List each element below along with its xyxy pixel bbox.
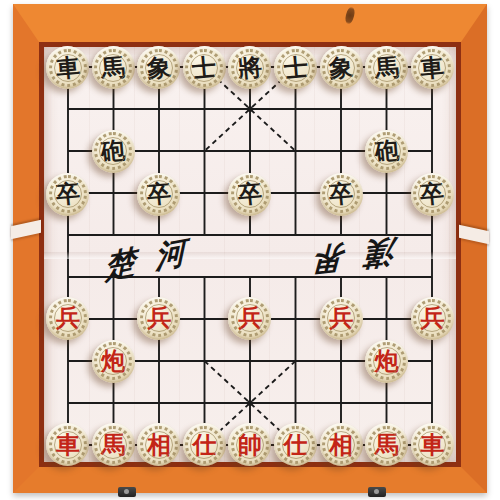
board-point [273,340,319,383]
piece-glyph: 馬 [101,433,125,457]
board-point: 仕 [273,423,319,466]
board-point [364,383,410,424]
board-point [227,89,273,130]
piece-black-p[interactable]: 卒 [411,173,454,216]
piece-black-k[interactable]: 將 [228,46,271,89]
piece-glyph: 相 [329,433,353,457]
board-point [227,340,273,383]
board-point [182,130,228,173]
piece-black-p[interactable]: 卒 [137,173,180,216]
piece-red-b[interactable]: 相 [137,423,180,466]
piece-red-p[interactable]: 兵 [320,297,363,340]
board-point [273,130,319,173]
board-point [227,216,273,257]
board-point [136,130,182,173]
piece-glyph: 象 [328,54,354,80]
piece-glyph: 士 [283,54,309,80]
piece-black-n[interactable]: 馬 [92,46,135,89]
board-point: 士 [182,46,228,89]
board-point: 卒 [136,173,182,216]
piece-glyph: 車 [55,54,81,80]
piece-glyph: 兵 [329,306,353,330]
piece-glyph: 車 [420,433,444,457]
piece-black-p[interactable]: 卒 [228,173,271,216]
board-point [182,89,228,130]
board-point: 兵 [227,297,273,340]
piece-glyph: 兵 [147,306,171,330]
piece-glyph: 卒 [146,181,172,207]
piece-glyph: 兵 [238,306,262,330]
board-point: 士 [273,46,319,89]
board-point [364,89,410,130]
board-point [182,256,228,297]
board-point [91,297,137,340]
piece-black-c[interactable]: 砲 [92,130,135,173]
board-point: 炮 [91,340,137,383]
board-point [91,173,137,216]
board-point [136,89,182,130]
piece-red-p[interactable]: 兵 [228,297,271,340]
piece-black-r[interactable]: 車 [411,46,454,89]
board-point [273,216,319,257]
board-point [318,130,364,173]
piece-red-b[interactable]: 相 [320,423,363,466]
piece-black-r[interactable]: 車 [46,46,89,89]
piece-black-n[interactable]: 馬 [365,46,408,89]
piece-black-a[interactable]: 士 [183,46,226,89]
board: 車馬象士將士象馬車砲砲卒卒卒卒卒兵兵兵兵兵炮炮車馬相仕帥仕相馬車 [45,46,455,466]
board-point: 將 [227,46,273,89]
board-point [318,89,364,130]
piece-black-c[interactable]: 砲 [365,130,408,173]
piece-glyph: 車 [419,54,445,80]
board-point [136,383,182,424]
piece-red-a[interactable]: 仕 [274,423,317,466]
board-point: 兵 [45,297,91,340]
piece-glyph: 馬 [375,433,399,457]
board-point [91,256,137,297]
piece-glyph: 將 [237,54,263,80]
board-point [318,383,364,424]
metal-clasp-left [118,487,136,497]
piece-black-p[interactable]: 卒 [320,173,363,216]
board-point [136,216,182,257]
board-point: 卒 [409,173,455,216]
board-point [45,89,91,130]
piece-black-p[interactable]: 卒 [46,173,89,216]
board-point [318,216,364,257]
board-point [364,216,410,257]
board-point: 相 [318,423,364,466]
board-point: 馬 [364,46,410,89]
board-point: 相 [136,423,182,466]
piece-red-p[interactable]: 兵 [411,297,454,340]
piece-glyph: 馬 [374,54,400,80]
piece-red-p[interactable]: 兵 [46,297,89,340]
board-point [409,383,455,424]
board-point: 象 [136,46,182,89]
board-point [182,216,228,257]
board-point [227,130,273,173]
board-point: 車 [409,46,455,89]
board-point: 卒 [227,173,273,216]
board-point [91,89,137,130]
board-point: 車 [45,46,91,89]
board-point: 卒 [318,173,364,216]
piece-black-a[interactable]: 士 [274,46,317,89]
board-point: 馬 [91,423,137,466]
board-point: 車 [45,423,91,466]
board-point [227,383,273,424]
board-point [318,256,364,297]
board-point: 帥 [227,423,273,466]
piece-glyph: 卒 [237,181,263,207]
board-point [273,383,319,424]
piece-red-r[interactable]: 車 [411,423,454,466]
board-point [182,383,228,424]
board-box: 楚河 漢界 車馬象士將士象馬車砲砲卒卒卒卒卒兵兵兵兵兵炮炮車馬相仕帥仕相馬車 [13,4,487,493]
board-point [409,130,455,173]
board-point [45,130,91,173]
board-point [364,256,410,297]
board-point [45,256,91,297]
piece-black-b[interactable]: 象 [137,46,180,89]
piece-glyph: 炮 [101,349,125,373]
board-point [273,297,319,340]
board-point [45,383,91,424]
board-point [409,216,455,257]
piece-glyph: 兵 [56,306,80,330]
piece-black-b[interactable]: 象 [320,46,363,89]
board-point [91,216,137,257]
board-point [273,89,319,130]
board-point [364,297,410,340]
piece-red-p[interactable]: 兵 [137,297,180,340]
inner-trim: 楚河 漢界 車馬象士將士象馬車砲砲卒卒卒卒卒兵兵兵兵兵炮炮車馬相仕帥仕相馬車 [39,42,461,467]
board-point: 砲 [91,130,137,173]
board-point [136,340,182,383]
piece-glyph: 帥 [238,433,262,457]
piece-red-r[interactable]: 車 [46,423,89,466]
piece-glyph: 兵 [420,306,444,330]
board-point [273,173,319,216]
board-point: 炮 [364,340,410,383]
piece-glyph: 卒 [55,181,81,207]
board-point [182,297,228,340]
board-point [45,216,91,257]
board-point: 兵 [136,297,182,340]
board-point [45,340,91,383]
piece-red-n[interactable]: 馬 [365,423,408,466]
piece-red-a[interactable]: 仕 [183,423,226,466]
board-point [182,340,228,383]
board-point [318,340,364,383]
piece-glyph: 砲 [374,138,400,164]
piece-glyph: 士 [191,54,217,80]
piece-glyph: 仕 [284,433,308,457]
photo-background: 楚河 漢界 車馬象士將士象馬車砲砲卒卒卒卒卒兵兵兵兵兵炮炮車馬相仕帥仕相馬車 [0,0,500,500]
board-point: 兵 [409,297,455,340]
piece-glyph: 炮 [375,349,399,373]
board-point [273,256,319,297]
metal-clasp-right [368,487,386,497]
board-point [227,256,273,297]
board-point: 兵 [318,297,364,340]
board-point: 車 [409,423,455,466]
board-point: 仕 [182,423,228,466]
board-point [91,383,137,424]
board-point [409,89,455,130]
piece-red-n[interactable]: 馬 [92,423,135,466]
piece-red-c[interactable]: 炮 [365,340,408,383]
piece-red-c[interactable]: 炮 [92,340,135,383]
piece-glyph: 象 [146,54,172,80]
piece-red-k[interactable]: 帥 [228,423,271,466]
board-point: 砲 [364,130,410,173]
piece-glyph: 砲 [100,138,126,164]
board-point: 馬 [364,423,410,466]
board-point: 象 [318,46,364,89]
piece-glyph: 馬 [100,54,126,80]
paper-surface: 楚河 漢界 車馬象士將士象馬車砲砲卒卒卒卒卒兵兵兵兵兵炮炮車馬相仕帥仕相馬車 [44,47,456,462]
piece-glyph: 車 [56,433,80,457]
board-point [136,256,182,297]
board-point [182,173,228,216]
board-point [364,173,410,216]
board-point: 馬 [91,46,137,89]
piece-glyph: 仕 [192,433,216,457]
piece-glyph: 卒 [328,181,354,207]
board-point [409,256,455,297]
board-point [409,340,455,383]
piece-glyph: 卒 [419,181,445,207]
piece-glyph: 相 [147,433,171,457]
board-point: 卒 [45,173,91,216]
